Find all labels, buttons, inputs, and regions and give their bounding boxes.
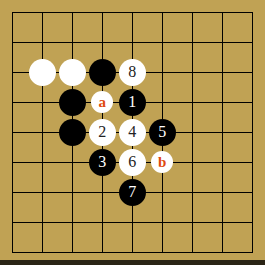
bottom-border	[0, 260, 265, 265]
label-point-b[interactable]: b	[151, 151, 173, 173]
stone-white	[29, 59, 56, 86]
grid-line-horizontal	[12, 222, 253, 223]
grid-line-vertical	[192, 12, 193, 253]
stone-black	[89, 59, 116, 86]
stone-white-4: 4	[119, 119, 146, 146]
move-number: 7	[128, 184, 136, 200]
move-number: 3	[98, 154, 106, 170]
move-number: 4	[128, 124, 136, 140]
grid-line-vertical	[252, 12, 253, 253]
stone-black-3: 3	[89, 149, 116, 176]
grid-line-vertical	[222, 12, 223, 253]
stone-white-6: 6	[119, 149, 146, 176]
stone-black	[59, 89, 86, 116]
move-number: 5	[158, 124, 166, 140]
stone-black-5: 5	[149, 119, 176, 146]
label-point-a[interactable]: a	[91, 91, 113, 113]
move-number: 6	[128, 154, 136, 170]
label-letter: a	[99, 94, 107, 111]
stone-white-2: 2	[89, 119, 116, 146]
stone-white-8: 8	[119, 59, 146, 86]
go-diagram: 81245367ab	[0, 0, 265, 265]
stone-black-1: 1	[119, 89, 146, 116]
go-board[interactable]: 81245367ab	[0, 0, 265, 265]
move-number: 2	[98, 124, 106, 140]
stone-black-7: 7	[119, 179, 146, 206]
grid-line-horizontal	[12, 252, 253, 253]
move-number: 1	[128, 94, 136, 110]
move-number: 8	[128, 64, 136, 80]
stone-white	[59, 59, 86, 86]
label-letter: b	[158, 154, 166, 171]
stone-black	[59, 119, 86, 146]
